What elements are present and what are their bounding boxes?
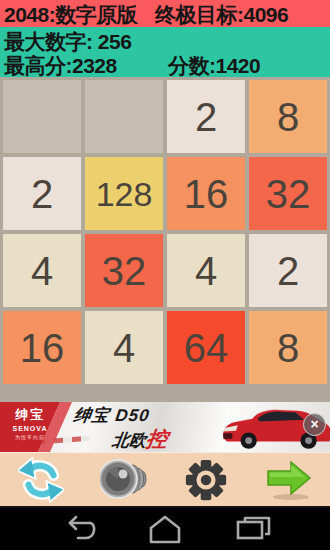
settings-button[interactable] — [180, 456, 232, 504]
ad-close-button[interactable]: × — [303, 413, 326, 436]
tile-grid: 282128163243242164648 — [3, 80, 327, 384]
tile-4: 4 — [3, 234, 81, 307]
ad-subtitle-black: 北欧 — [111, 431, 148, 450]
ad-title: 绅宝 D50 — [72, 406, 151, 425]
tile-4: 4 — [167, 234, 245, 307]
best-score-label: 最高分:2328 — [4, 52, 117, 80]
tile-128: 128 — [85, 157, 163, 230]
tile-16: 16 — [3, 311, 81, 384]
next-button[interactable] — [263, 456, 315, 504]
tile-16: 16 — [167, 157, 245, 230]
ad-headline: 绅宝 D50 北欧控 — [69, 404, 173, 452]
ad-banner[interactable]: 绅宝 SENOVA 为悦常向前 绅宝 D50 北欧控 × — [0, 402, 330, 452]
green-arrow-icon — [265, 457, 313, 503]
refresh-icon — [18, 457, 64, 503]
sound-button[interactable] — [98, 456, 150, 504]
nav-back-button[interactable] — [55, 512, 99, 546]
ad-brand-en: SENOVA — [7, 425, 53, 432]
ad-subtitle: 北欧控 — [111, 425, 170, 452]
title-bar: 2048:数字原版 终极目标:4096 — [0, 0, 330, 27]
empty-cell — [3, 80, 81, 153]
stats-bar: 最大数字: 256 最高分:2328 分数:1420 — [0, 27, 330, 77]
tile-64: 64 — [167, 311, 245, 384]
nav-recents-button[interactable] — [231, 512, 275, 546]
app-window: 2048:数字原版 终极目标:4096 最大数字: 256 最高分:2328 分… — [0, 0, 330, 550]
nav-home-button[interactable] — [143, 512, 187, 546]
tile-2: 2 — [167, 80, 245, 153]
back-icon — [57, 514, 97, 544]
ad-brand-cn: 绅宝 — [7, 406, 53, 424]
ad-brand-text: 绅宝 SENOVA 为悦常向前 — [7, 406, 53, 440]
empty-cell — [85, 80, 163, 153]
home-icon — [145, 514, 185, 544]
tile-2: 2 — [249, 234, 327, 307]
score-label: 分数:1420 — [168, 52, 260, 80]
tile-32: 32 — [85, 234, 163, 307]
recents-icon — [233, 514, 273, 544]
tile-2: 2 — [3, 157, 81, 230]
speaker-icon — [100, 457, 148, 503]
app-title: 2048:数字原版 — [4, 1, 137, 29]
refresh-undo-button[interactable] — [15, 456, 67, 504]
ad-brand-slogan: 为悦常向前 — [7, 434, 53, 440]
gear-icon — [183, 457, 229, 503]
goal-label: 终极目标:4096 — [155, 1, 288, 29]
game-board[interactable]: 282128163243242164648 — [0, 77, 330, 402]
ad-subtitle-red: 控 — [145, 427, 169, 450]
android-navbar — [0, 508, 330, 550]
tile-8: 8 — [249, 80, 327, 153]
tile-4: 4 — [85, 311, 163, 384]
tile-32: 32 — [249, 157, 327, 230]
toolbar — [0, 452, 330, 508]
tile-8: 8 — [249, 311, 327, 384]
